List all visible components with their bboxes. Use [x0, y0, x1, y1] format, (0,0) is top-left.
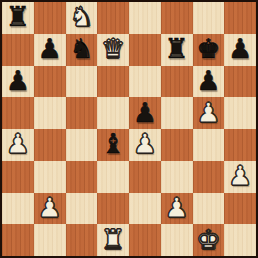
square-f5[interactable] — [161, 97, 193, 129]
square-b1[interactable] — [34, 224, 66, 256]
square-e5[interactable]: ♟ — [129, 97, 161, 129]
square-a3[interactable] — [2, 161, 34, 193]
square-e8[interactable] — [129, 2, 161, 34]
piece-black-bishop-d4[interactable]: ♝ — [101, 130, 125, 157]
square-a1[interactable] — [2, 224, 34, 256]
piece-black-rook-f7[interactable]: ♜ — [165, 35, 189, 62]
square-d6[interactable] — [97, 66, 129, 98]
square-g5[interactable]: ♟ — [193, 97, 225, 129]
square-c5[interactable] — [66, 97, 98, 129]
square-d1[interactable]: ♜ — [97, 224, 129, 256]
piece-white-queen-d7[interactable]: ♛ — [101, 35, 125, 62]
square-g7[interactable]: ♚ — [193, 34, 225, 66]
square-b4[interactable] — [34, 129, 66, 161]
square-f2[interactable]: ♟ — [161, 193, 193, 225]
square-f1[interactable] — [161, 224, 193, 256]
piece-white-rook-d1[interactable]: ♜ — [101, 226, 125, 253]
square-b5[interactable] — [34, 97, 66, 129]
square-c7[interactable]: ♞ — [66, 34, 98, 66]
square-d5[interactable] — [97, 97, 129, 129]
piece-black-knight-c7[interactable]: ♞ — [69, 35, 93, 62]
square-c3[interactable] — [66, 161, 98, 193]
piece-white-pawn-b2[interactable]: ♟ — [38, 194, 62, 221]
piece-black-pawn-b7[interactable]: ♟ — [38, 35, 62, 62]
square-g8[interactable] — [193, 2, 225, 34]
square-b6[interactable] — [34, 66, 66, 98]
square-g6[interactable]: ♟ — [193, 66, 225, 98]
piece-white-pawn-h3[interactable]: ♟ — [228, 162, 252, 189]
chess-board-frame: ♜♞♟♞♛♜♚♟♟♟♟♟♟♝♟♟♟♟♜♚ — [0, 0, 258, 258]
piece-black-pawn-g6[interactable]: ♟ — [196, 67, 220, 94]
square-g3[interactable] — [193, 161, 225, 193]
square-h2[interactable] — [224, 193, 256, 225]
square-b2[interactable]: ♟ — [34, 193, 66, 225]
square-h8[interactable] — [224, 2, 256, 34]
piece-white-king-g1[interactable]: ♚ — [196, 226, 220, 253]
square-f7[interactable]: ♜ — [161, 34, 193, 66]
square-h6[interactable] — [224, 66, 256, 98]
square-f4[interactable] — [161, 129, 193, 161]
square-a5[interactable] — [2, 97, 34, 129]
square-c4[interactable] — [66, 129, 98, 161]
square-e6[interactable] — [129, 66, 161, 98]
square-b8[interactable] — [34, 2, 66, 34]
piece-black-king-g7[interactable]: ♚ — [196, 35, 220, 62]
square-a2[interactable] — [2, 193, 34, 225]
square-c8[interactable]: ♞ — [66, 2, 98, 34]
square-d8[interactable] — [97, 2, 129, 34]
piece-black-rook-a8[interactable]: ♜ — [6, 3, 30, 30]
piece-black-pawn-h7[interactable]: ♟ — [228, 35, 252, 62]
piece-black-pawn-e5[interactable]: ♟ — [133, 99, 157, 126]
square-e1[interactable] — [129, 224, 161, 256]
square-e4[interactable]: ♟ — [129, 129, 161, 161]
square-g1[interactable]: ♚ — [193, 224, 225, 256]
square-d3[interactable] — [97, 161, 129, 193]
piece-black-pawn-a6[interactable]: ♟ — [6, 67, 30, 94]
square-e2[interactable] — [129, 193, 161, 225]
piece-white-knight-c8[interactable]: ♞ — [69, 3, 93, 30]
piece-white-pawn-e4[interactable]: ♟ — [133, 130, 157, 157]
square-d7[interactable]: ♛ — [97, 34, 129, 66]
square-d2[interactable] — [97, 193, 129, 225]
square-a4[interactable]: ♟ — [2, 129, 34, 161]
piece-white-pawn-g5[interactable]: ♟ — [196, 99, 220, 126]
square-a8[interactable]: ♜ — [2, 2, 34, 34]
square-h3[interactable]: ♟ — [224, 161, 256, 193]
square-f6[interactable] — [161, 66, 193, 98]
square-a6[interactable]: ♟ — [2, 66, 34, 98]
square-b3[interactable] — [34, 161, 66, 193]
square-c1[interactable] — [66, 224, 98, 256]
square-d4[interactable]: ♝ — [97, 129, 129, 161]
square-a7[interactable] — [2, 34, 34, 66]
piece-white-pawn-a4[interactable]: ♟ — [6, 130, 30, 157]
square-f8[interactable] — [161, 2, 193, 34]
square-f3[interactable] — [161, 161, 193, 193]
chess-board: ♜♞♟♞♛♜♚♟♟♟♟♟♟♝♟♟♟♟♜♚ — [2, 2, 256, 256]
square-g2[interactable] — [193, 193, 225, 225]
square-e3[interactable] — [129, 161, 161, 193]
square-h7[interactable]: ♟ — [224, 34, 256, 66]
square-b7[interactable]: ♟ — [34, 34, 66, 66]
square-h4[interactable] — [224, 129, 256, 161]
square-c6[interactable] — [66, 66, 98, 98]
piece-white-pawn-f2[interactable]: ♟ — [165, 194, 189, 221]
square-c2[interactable] — [66, 193, 98, 225]
square-h1[interactable] — [224, 224, 256, 256]
square-e7[interactable] — [129, 34, 161, 66]
square-h5[interactable] — [224, 97, 256, 129]
square-g4[interactable] — [193, 129, 225, 161]
